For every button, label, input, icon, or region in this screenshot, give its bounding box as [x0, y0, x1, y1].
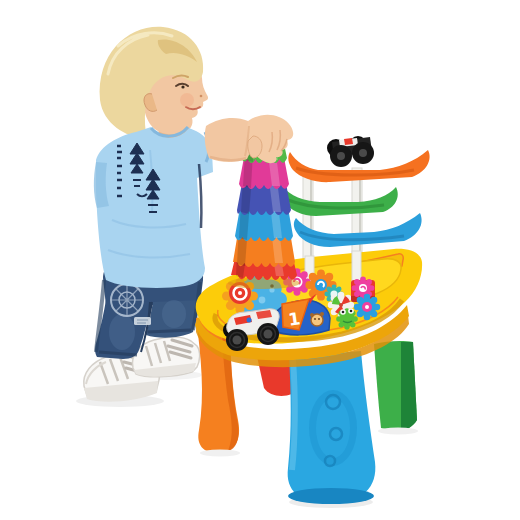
shirt-body: [96, 127, 213, 288]
table-leg-blue: [288, 351, 376, 508]
product-photo: 1: [0, 0, 520, 520]
t-shirt: [94, 127, 213, 288]
pillar-foot: [352, 251, 361, 284]
scene-illustration: 1: [0, 0, 520, 520]
nostril: [200, 95, 203, 98]
denim-wash: [109, 314, 135, 350]
blue-gear: [354, 294, 380, 320]
forearm: [205, 118, 254, 162]
green-frog-gear: [336, 308, 358, 330]
eye-pupil: [181, 85, 184, 88]
denim-wash: [162, 300, 186, 328]
cheek-blush: [180, 93, 194, 107]
thumb: [248, 136, 262, 158]
table-leg-green: [374, 341, 418, 435]
tower-shadow: [228, 277, 300, 289]
